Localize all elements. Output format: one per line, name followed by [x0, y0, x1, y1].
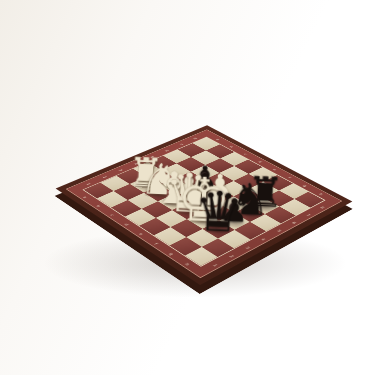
rank-label-6-right: 6 [291, 221, 297, 224]
rank-label-2-right: 2 [228, 255, 234, 259]
file-label-b-front: b [95, 204, 101, 207]
file-label-g-back: g [302, 184, 308, 187]
file-label-h-back: h [318, 193, 324, 196]
board-tilt-wrapper: aa88bb77cc66dd55ee44ff33gg22hh11 ♜♟♟♞♟♝♟… [95, 86, 314, 305]
photo-scene: aa88bb77cc66dd55ee44ff33gg22hh11 ♜♟♟♞♟♝♟… [0, 0, 375, 375]
file-label-d-front: d [123, 223, 129, 226]
file-label-f-back: f [287, 177, 292, 179]
file-label-h-front: h [184, 263, 190, 267]
playing-grid: ♜♟♟♞♟♝♟♜♞♝♛♚♛ [82, 137, 325, 267]
file-label-f-front: f [153, 242, 158, 245]
file-label-a-front: a [82, 196, 88, 199]
file-label-c-back: c [243, 153, 248, 155]
rank-label-8-right: 8 [320, 206, 326, 209]
rank-label-7-right: 7 [305, 214, 311, 217]
rank-label-1-right: 1 [211, 264, 217, 268]
file-label-b-back: b [229, 146, 234, 149]
rank-label-3-left: 3 [118, 169, 124, 172]
file-label-e-front: e [138, 232, 144, 235]
file-label-g-front: g [168, 252, 174, 256]
rank-label-3-right: 3 [244, 246, 250, 250]
file-label-d-back: d [257, 161, 262, 164]
rank-label-4-right: 4 [260, 238, 266, 241]
file-label-a-back: a [215, 138, 220, 140]
rank-label-5-right: 5 [276, 229, 282, 232]
file-label-c-front: c [109, 214, 115, 217]
